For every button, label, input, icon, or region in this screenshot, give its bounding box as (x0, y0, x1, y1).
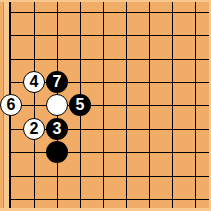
stone-black-5: 5 (69, 94, 91, 116)
stone-black-plain (46, 141, 68, 163)
stone-move-number: 4 (30, 74, 39, 90)
stone-white-6: 6 (0, 94, 22, 116)
go-board: 476523 (0, 0, 211, 211)
stone-white-plain (46, 94, 68, 116)
grid-line-horizontal (9, 59, 209, 60)
stone-move-number: 7 (53, 74, 62, 90)
grid-line-horizontal (9, 152, 209, 153)
grid-line-horizontal (9, 35, 209, 36)
stone-move-number: 5 (76, 97, 85, 113)
stone-move-number: 2 (30, 121, 39, 137)
stone-move-number: 3 (53, 121, 62, 137)
stone-white-4: 4 (23, 71, 45, 93)
board-top-edge-strip (0, 0, 211, 2)
board-bottom-edge-strip (0, 208, 211, 211)
stone-black-7: 7 (46, 71, 68, 93)
grid-line-horizontal (9, 199, 209, 200)
stone-white-2: 2 (23, 118, 45, 140)
stone-move-number: 6 (7, 97, 16, 113)
grid-line-horizontal (9, 12, 209, 13)
grid-line-horizontal (9, 105, 209, 106)
grid-line-horizontal (9, 176, 209, 177)
board-right-edge-strip (209, 0, 211, 211)
stone-black-3: 3 (46, 118, 68, 140)
